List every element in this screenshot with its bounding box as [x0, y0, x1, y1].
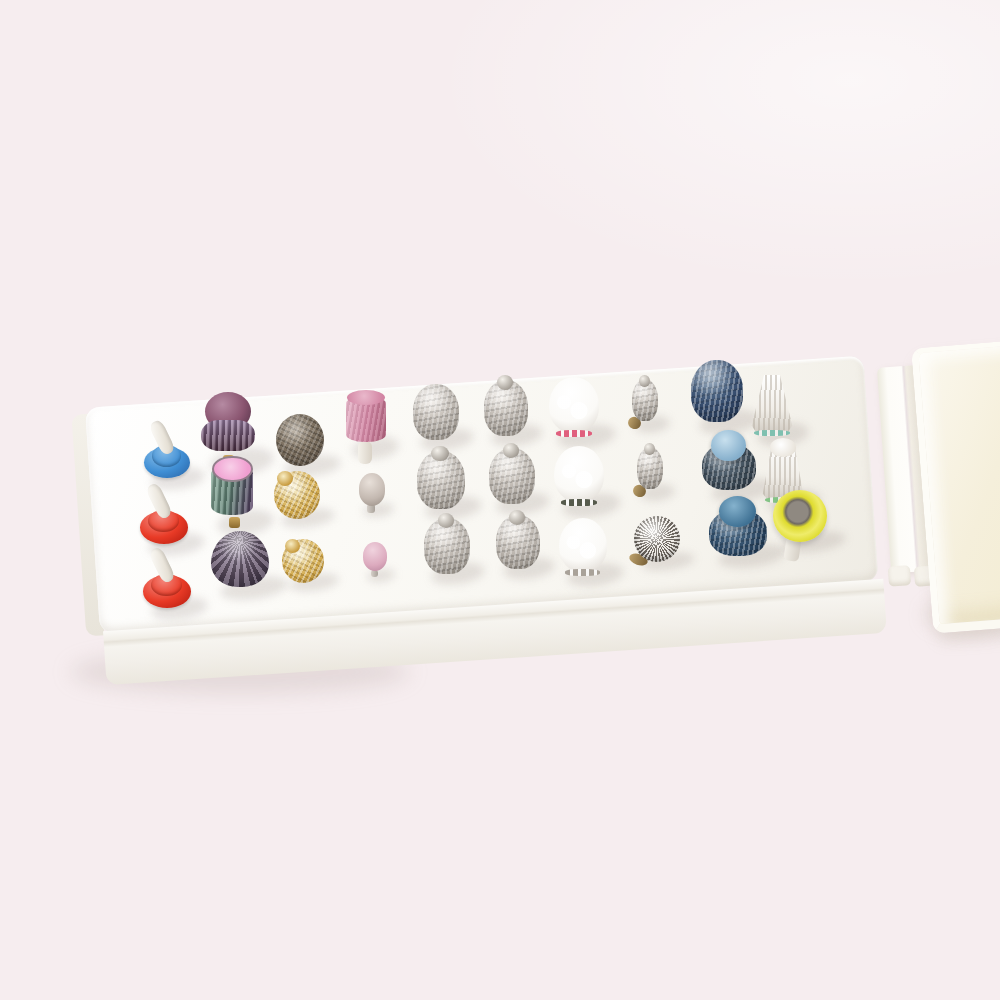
egg-buffer-rim — [561, 499, 597, 506]
egg-buffer-rim — [565, 569, 600, 576]
mesh-capped-cap — [719, 496, 756, 527]
stone-ball-head — [276, 414, 324, 466]
bit-r2c7-egg-buffer — [554, 446, 604, 506]
bit-r3c2-cone-burr — [211, 531, 269, 589]
cylinder-burr-shank — [229, 517, 240, 528]
mesh-ball-ball — [431, 446, 448, 462]
bit-r1c8-mesh-mini — [630, 379, 660, 425]
small-oval-shank — [371, 570, 378, 577]
mesh-cone-head — [750, 375, 794, 435]
bit-r1c10-mesh-cone — [750, 375, 794, 435]
gold-burr-tip — [285, 539, 300, 553]
small-oval-head — [363, 542, 387, 571]
bit-r3c8-spiky-ball — [634, 516, 680, 562]
bit-r2c1-grommet — [140, 489, 188, 545]
product-photo-scene — [0, 0, 1000, 1000]
mesh-ball-ball — [509, 510, 525, 525]
egg-buffer-head — [554, 446, 604, 502]
bit-r3c3-gold-burr — [282, 539, 324, 583]
mesh-dome-head — [691, 360, 743, 422]
bit-r2c4-small-oval — [359, 473, 385, 511]
cylinder-burr-top — [212, 456, 252, 482]
bit-r2c3-gold-burr — [274, 471, 320, 519]
bit-r2c8-mesh-mini — [635, 447, 665, 493]
stone-cylinder-shank — [358, 441, 372, 464]
spiky-ball-head — [634, 516, 680, 562]
bit-r1c3-stone-ball — [276, 414, 324, 466]
bit-r3c7-egg-buffer — [559, 518, 607, 576]
mesh-mini-ball — [639, 375, 650, 387]
bit-r2c9-mesh-capped — [702, 433, 756, 491]
cone-burr-head — [211, 531, 269, 587]
hinge-tab — [888, 565, 911, 586]
bit-r1c2-bud-burr — [201, 392, 255, 462]
mesh-cone-capped-cap — [770, 438, 796, 457]
bit-r3c1-grommet — [143, 553, 191, 609]
egg-buffer-head — [549, 377, 599, 433]
bit-r3c6-mesh-ball — [496, 515, 540, 569]
small-oval-head — [359, 473, 385, 506]
bit-r1c6-mesh-ball — [484, 380, 528, 436]
mesh-mini-ball — [644, 443, 655, 455]
bit-r3c9-mesh-capped — [709, 499, 767, 557]
bud-burr-ribs — [201, 420, 255, 451]
bit-r3c10-cup — [773, 490, 827, 542]
bit-r1c7-egg-buffer — [549, 377, 599, 437]
mesh-dome-head — [413, 384, 459, 440]
box-lid-open-interior — [911, 336, 1000, 633]
mesh-cone-rim — [754, 430, 789, 437]
stone-cylinder-top — [347, 390, 385, 405]
mesh-ball-ball — [497, 375, 513, 390]
bit-r2c5-mesh-ball — [417, 451, 465, 509]
cup-head — [773, 490, 827, 542]
bit-r2c6-mesh-ball — [489, 448, 535, 504]
bit-r1c4-stone-cylinder — [346, 391, 386, 449]
bit-r1c5-mesh-dome — [413, 384, 459, 440]
bit-r1c9-mesh-dome — [691, 360, 743, 422]
mesh-capped-cap — [711, 430, 746, 461]
egg-buffer-rim — [556, 430, 592, 437]
bit-r3c4-small-oval — [363, 542, 387, 576]
bit-r3c5-mesh-ball — [424, 518, 470, 574]
bit-r2c2-cylinder-burr — [209, 457, 257, 523]
egg-buffer-head — [559, 518, 607, 572]
bit-r1c1-grommet — [144, 425, 190, 479]
